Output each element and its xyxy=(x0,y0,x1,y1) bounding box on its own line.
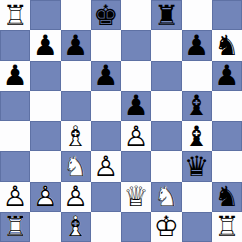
square-c4[interactable]: ♝♗ xyxy=(61,121,91,151)
square-h6[interactable]: ♟ xyxy=(212,61,242,91)
square-e3[interactable] xyxy=(121,151,151,181)
square-a5[interactable] xyxy=(0,91,30,121)
square-c8[interactable] xyxy=(61,0,91,30)
black-knight-icon-glyph: ♞ xyxy=(212,182,242,212)
square-a7[interactable] xyxy=(0,30,30,60)
square-b5[interactable] xyxy=(30,91,60,121)
square-h4[interactable] xyxy=(212,121,242,151)
white-rook-icon-outline: ♖ xyxy=(0,212,30,242)
square-a6[interactable]: ♟ xyxy=(0,61,30,91)
square-c1[interactable]: ♝♗ xyxy=(61,212,91,242)
white-bishop-icon-outline: ♗ xyxy=(61,121,91,151)
square-h5[interactable] xyxy=(212,91,242,121)
square-b2[interactable]: ♟♙ xyxy=(30,182,60,212)
black-pawn-icon[interactable]: ♟ xyxy=(212,61,242,91)
square-f5[interactable] xyxy=(151,91,181,121)
black-pawn-icon-glyph: ♟ xyxy=(0,61,30,91)
white-queen-icon[interactable]: ♛♕ xyxy=(121,182,151,212)
white-bishop-icon[interactable]: ♝♗ xyxy=(61,212,91,242)
square-d6[interactable]: ♟ xyxy=(91,61,121,91)
square-g7[interactable]: ♟ xyxy=(182,30,212,60)
square-b1[interactable] xyxy=(30,212,60,242)
square-e6[interactable] xyxy=(121,61,151,91)
black-pawn-icon[interactable]: ♟ xyxy=(121,91,151,121)
square-f8[interactable]: ♜ xyxy=(151,0,181,30)
square-g1[interactable] xyxy=(182,212,212,242)
black-pawn-icon[interactable]: ♟ xyxy=(0,61,30,91)
white-bishop-icon-outline: ♗ xyxy=(61,212,91,242)
white-knight-icon-outline: ♘ xyxy=(151,182,181,212)
black-bishop-icon[interactable]: ♝ xyxy=(182,91,212,121)
black-knight-icon-glyph: ♞ xyxy=(212,30,242,60)
square-c7[interactable]: ♟ xyxy=(61,30,91,60)
square-b8[interactable] xyxy=(30,0,60,30)
white-pawn-icon[interactable]: ♟♙ xyxy=(30,182,60,212)
white-knight-icon[interactable]: ♞♘ xyxy=(151,182,181,212)
black-knight-icon[interactable]: ♞ xyxy=(212,182,242,212)
white-knight-icon[interactable]: ♞♘ xyxy=(61,151,91,181)
white-pawn-icon-outline: ♙ xyxy=(91,151,121,181)
square-c5[interactable] xyxy=(61,91,91,121)
black-pawn-icon-glyph: ♟ xyxy=(121,91,151,121)
black-knight-icon[interactable]: ♞ xyxy=(212,30,242,60)
black-pawn-icon-glyph: ♟ xyxy=(30,30,60,60)
square-g4[interactable]: ♝ xyxy=(182,121,212,151)
white-pawn-icon[interactable]: ♟♙ xyxy=(121,121,151,151)
black-queen-icon-glyph: ♛ xyxy=(182,151,212,181)
square-b6[interactable] xyxy=(30,61,60,91)
white-queen-icon-outline: ♕ xyxy=(121,182,151,212)
white-pawn-icon[interactable]: ♟♙ xyxy=(0,182,30,212)
square-f1[interactable]: ♚♔ xyxy=(151,212,181,242)
square-b4[interactable] xyxy=(30,121,60,151)
black-pawn-icon-glyph: ♟ xyxy=(61,30,91,60)
square-g3[interactable]: ♛ xyxy=(182,151,212,181)
white-king-icon[interactable]: ♚♔ xyxy=(151,212,181,242)
square-h8[interactable] xyxy=(212,0,242,30)
square-c6[interactable] xyxy=(61,61,91,91)
white-pawn-icon-outline: ♙ xyxy=(0,182,30,212)
white-pawn-icon-outline: ♙ xyxy=(61,182,91,212)
white-bishop-icon[interactable]: ♝♗ xyxy=(61,121,91,151)
square-c3[interactable]: ♞♘ xyxy=(61,151,91,181)
black-bishop-icon-glyph: ♝ xyxy=(182,121,212,151)
square-f7[interactable] xyxy=(151,30,181,60)
square-e7[interactable] xyxy=(121,30,151,60)
square-g2[interactable] xyxy=(182,182,212,212)
square-h7[interactable]: ♞ xyxy=(212,30,242,60)
square-e2[interactable]: ♛♕ xyxy=(121,182,151,212)
black-pawn-icon[interactable]: ♟ xyxy=(182,30,212,60)
square-a2[interactable]: ♟♙ xyxy=(0,182,30,212)
black-rook-icon[interactable]: ♜ xyxy=(151,0,181,30)
square-a3[interactable] xyxy=(0,151,30,181)
square-e1[interactable] xyxy=(121,212,151,242)
square-g8[interactable] xyxy=(182,0,212,30)
black-pawn-icon-glyph: ♟ xyxy=(182,30,212,60)
square-f6[interactable] xyxy=(151,61,181,91)
square-f2[interactable]: ♞♘ xyxy=(151,182,181,212)
square-a1[interactable]: ♜♖ xyxy=(0,212,30,242)
white-rook-icon[interactable]: ♜♖ xyxy=(0,0,30,30)
black-bishop-icon[interactable]: ♝ xyxy=(182,121,212,151)
square-a4[interactable] xyxy=(0,121,30,151)
white-pawn-icon[interactable]: ♟♙ xyxy=(91,151,121,181)
square-d1[interactable] xyxy=(91,212,121,242)
square-b7[interactable]: ♟ xyxy=(30,30,60,60)
square-d7[interactable] xyxy=(91,30,121,60)
white-rook-icon[interactable]: ♜♖ xyxy=(0,212,30,242)
black-pawn-icon-glyph: ♟ xyxy=(212,61,242,91)
white-pawn-icon-outline: ♙ xyxy=(30,182,60,212)
black-king-icon-glyph: ♚ xyxy=(91,0,121,30)
black-pawn-icon-glyph: ♟ xyxy=(91,61,121,91)
white-pawn-icon-outline: ♙ xyxy=(121,121,151,151)
black-rook-icon-glyph: ♜ xyxy=(151,0,181,30)
square-g6[interactable] xyxy=(182,61,212,91)
square-e4[interactable]: ♟♙ xyxy=(121,121,151,151)
black-king-icon[interactable]: ♚ xyxy=(91,0,121,30)
black-pawn-icon[interactable]: ♟ xyxy=(30,30,60,60)
square-d3[interactable]: ♟♙ xyxy=(91,151,121,181)
square-d8[interactable]: ♚ xyxy=(91,0,121,30)
square-h1[interactable]: ♜♖ xyxy=(212,212,242,242)
square-f3[interactable] xyxy=(151,151,181,181)
square-h2[interactable]: ♞ xyxy=(212,182,242,212)
chess-board: ♜♖♚♜♟♟♟♞♟♟♟♟♝♝♗♟♙♝♞♘♟♙♛♟♙♟♙♟♙♛♕♞♘♞♜♖♝♗♚♔… xyxy=(0,0,242,242)
black-queen-icon[interactable]: ♛ xyxy=(182,151,212,181)
black-bishop-icon-glyph: ♝ xyxy=(182,91,212,121)
square-c2[interactable]: ♟♙ xyxy=(61,182,91,212)
black-pawn-icon[interactable]: ♟ xyxy=(61,30,91,60)
square-g5[interactable]: ♝ xyxy=(182,91,212,121)
white-rook-icon-outline: ♖ xyxy=(212,212,242,242)
square-d4[interactable] xyxy=(91,121,121,151)
white-knight-icon-outline: ♘ xyxy=(61,151,91,181)
square-e8[interactable] xyxy=(121,0,151,30)
white-king-icon-outline: ♔ xyxy=(151,212,181,242)
square-f4[interactable] xyxy=(151,121,181,151)
square-d2[interactable] xyxy=(91,182,121,212)
square-b3[interactable] xyxy=(30,151,60,181)
black-pawn-icon[interactable]: ♟ xyxy=(91,61,121,91)
white-rook-icon[interactable]: ♜♖ xyxy=(212,212,242,242)
square-a8[interactable]: ♜♖ xyxy=(0,0,30,30)
square-d5[interactable] xyxy=(91,91,121,121)
white-pawn-icon[interactable]: ♟♙ xyxy=(61,182,91,212)
square-h3[interactable] xyxy=(212,151,242,181)
square-e5[interactable]: ♟ xyxy=(121,91,151,121)
white-rook-icon-outline: ♖ xyxy=(0,0,30,30)
